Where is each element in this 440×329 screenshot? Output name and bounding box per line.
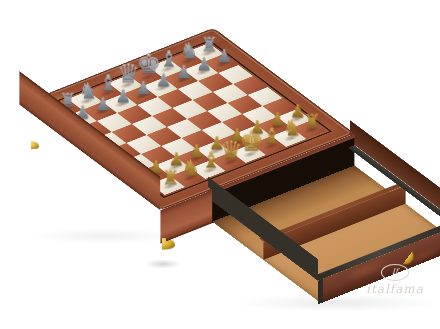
piece-gold-rook[interactable]: ♜ [157, 151, 183, 187]
drawer-knob-ball [397, 248, 413, 264]
product-photo-chess-set: ♜♞♝♛♚♝♞♜♟♟♟♟♟♟♟♟♟♟♟♟♟♟♟♟♜♞♝♛♚♝♞♜ If ital… [0, 0, 440, 329]
soft-shadow [144, 259, 182, 269]
watermark-text: italfama [352, 282, 438, 296]
soft-shadow [235, 294, 440, 312]
watermark: If italfama [352, 264, 438, 296]
gold-foot-left [31, 141, 39, 149]
italfama-oval-logo: If [381, 264, 409, 281]
drawer-knob-collar [392, 253, 400, 261]
